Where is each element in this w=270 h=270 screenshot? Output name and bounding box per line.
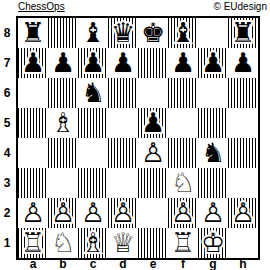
piece-white-bishop[interactable]: ♗ xyxy=(48,108,78,138)
piece-black-pawn[interactable]: ♟ xyxy=(168,48,198,78)
square-d4[interactable] xyxy=(108,138,138,168)
app-title: ChessOps xyxy=(18,1,65,12)
file-label-b: b xyxy=(48,259,78,270)
file-label-d: d xyxy=(108,259,138,270)
piece-black-pawn[interactable]: ♟ xyxy=(138,108,168,138)
piece-white-rook[interactable]: ♖ xyxy=(18,228,48,258)
square-c5[interactable] xyxy=(78,108,108,138)
file-label-a: a xyxy=(18,259,48,270)
piece-white-pawn[interactable]: ♙ xyxy=(228,198,258,228)
square-b1[interactable]: ♞♘ xyxy=(48,228,78,258)
piece-black-pawn[interactable]: ♟ xyxy=(48,48,78,78)
rank-label-6: 6 xyxy=(0,78,14,108)
piece-white-pawn[interactable]: ♙ xyxy=(78,198,108,228)
copyright-credit: © EUdesign xyxy=(213,1,267,12)
piece-black-pawn[interactable]: ♟ xyxy=(198,48,228,78)
rank-label-1: 1 xyxy=(0,228,14,258)
square-e1[interactable] xyxy=(138,228,168,258)
square-b4[interactable] xyxy=(48,138,78,168)
square-f8[interactable]: ♝♝ xyxy=(168,18,198,48)
square-b8[interactable] xyxy=(48,18,78,48)
chess-board[interactable]: ♜♜♝♝♛♛♚♚♝♝♜♜♟♟♟♟♟♟♟♟♟♟♟♟♟♟♞♞♝♗♟♟♟♙♞♞♞♘♟♙… xyxy=(16,16,260,260)
square-c3[interactable] xyxy=(78,168,108,198)
piece-black-bishop[interactable]: ♝ xyxy=(78,18,108,48)
piece-white-pawn[interactable]: ♙ xyxy=(108,198,138,228)
square-a3[interactable] xyxy=(18,168,48,198)
square-h5[interactable] xyxy=(228,108,258,138)
piece-white-pawn[interactable]: ♙ xyxy=(138,138,168,168)
square-c7[interactable]: ♟♟ xyxy=(78,48,108,78)
chessops-diagram: ChessOps © EUdesign ♜♜♝♝♛♛♚♚♝♝♜♜♟♟♟♟♟♟♟♟… xyxy=(0,0,270,270)
square-g2[interactable]: ♟♙ xyxy=(198,198,228,228)
square-h1[interactable] xyxy=(228,228,258,258)
square-a8[interactable]: ♜♜ xyxy=(18,18,48,48)
piece-black-king[interactable]: ♚ xyxy=(138,18,168,48)
square-c6[interactable]: ♞♞ xyxy=(78,78,108,108)
piece-white-rook[interactable]: ♖ xyxy=(168,228,198,258)
square-c1[interactable]: ♝♗ xyxy=(78,228,108,258)
square-g1[interactable]: ♚♔ xyxy=(198,228,228,258)
square-a5[interactable] xyxy=(18,108,48,138)
piece-black-pawn[interactable]: ♟ xyxy=(78,48,108,78)
square-a1[interactable]: ♜♖ xyxy=(18,228,48,258)
square-h8[interactable]: ♜♜ xyxy=(228,18,258,48)
square-h6[interactable] xyxy=(228,78,258,108)
square-d3[interactable] xyxy=(108,168,138,198)
square-e8[interactable]: ♚♚ xyxy=(138,18,168,48)
square-g4[interactable]: ♞♞ xyxy=(198,138,228,168)
square-a4[interactable] xyxy=(18,138,48,168)
piece-black-rook[interactable]: ♜ xyxy=(18,18,48,48)
file-label-f: f xyxy=(168,259,198,270)
square-b2[interactable]: ♟♙ xyxy=(48,198,78,228)
square-g5[interactable] xyxy=(198,108,228,138)
square-e2[interactable] xyxy=(138,198,168,228)
square-c4[interactable] xyxy=(78,138,108,168)
piece-white-king[interactable]: ♔ xyxy=(198,228,228,258)
piece-white-pawn[interactable]: ♙ xyxy=(18,198,48,228)
square-b6[interactable] xyxy=(48,78,78,108)
square-d7[interactable]: ♟♟ xyxy=(108,48,138,78)
square-a7[interactable]: ♟♟ xyxy=(18,48,48,78)
piece-white-bishop[interactable]: ♗ xyxy=(78,228,108,258)
square-d5[interactable] xyxy=(108,108,138,138)
file-label-e: e xyxy=(138,259,168,270)
piece-black-pawn[interactable]: ♟ xyxy=(18,48,48,78)
rank-label-8: 8 xyxy=(0,18,14,48)
square-c8[interactable]: ♝♝ xyxy=(78,18,108,48)
square-f2[interactable]: ♟♙ xyxy=(168,198,198,228)
square-f4[interactable] xyxy=(168,138,198,168)
piece-black-rook[interactable]: ♜ xyxy=(228,18,258,48)
square-d6[interactable] xyxy=(108,78,138,108)
piece-black-pawn[interactable]: ♟ xyxy=(228,48,258,78)
rank-label-2: 2 xyxy=(0,198,14,228)
square-h2[interactable]: ♟♙ xyxy=(228,198,258,228)
square-g3[interactable] xyxy=(198,168,228,198)
square-c2[interactable]: ♟♙ xyxy=(78,198,108,228)
piece-black-pawn[interactable]: ♟ xyxy=(108,48,138,78)
square-h7[interactable]: ♟♟ xyxy=(228,48,258,78)
square-e3[interactable] xyxy=(138,168,168,198)
square-f3[interactable]: ♞♘ xyxy=(168,168,198,198)
square-d2[interactable]: ♟♙ xyxy=(108,198,138,228)
square-g8[interactable] xyxy=(198,18,228,48)
square-a2[interactable]: ♟♙ xyxy=(18,198,48,228)
square-e7[interactable] xyxy=(138,48,168,78)
file-label-g: g xyxy=(198,259,228,270)
square-f7[interactable]: ♟♟ xyxy=(168,48,198,78)
square-g7[interactable]: ♟♟ xyxy=(198,48,228,78)
square-b7[interactable]: ♟♟ xyxy=(48,48,78,78)
rank-label-4: 4 xyxy=(0,138,14,168)
square-g6[interactable] xyxy=(198,78,228,108)
piece-white-pawn[interactable]: ♙ xyxy=(48,198,78,228)
piece-white-knight[interactable]: ♘ xyxy=(168,168,198,198)
rank-label-3: 3 xyxy=(0,168,14,198)
square-h3[interactable] xyxy=(228,168,258,198)
file-label-h: h xyxy=(228,259,258,270)
square-f5[interactable] xyxy=(168,108,198,138)
rank-label-7: 7 xyxy=(0,48,14,78)
piece-black-knight[interactable]: ♞ xyxy=(78,78,108,108)
piece-black-knight[interactable]: ♞ xyxy=(198,138,228,168)
square-b3[interactable] xyxy=(48,168,78,198)
square-f6[interactable] xyxy=(168,78,198,108)
piece-white-pawn[interactable]: ♙ xyxy=(198,198,228,228)
rank-label-5: 5 xyxy=(0,108,14,138)
file-label-c: c xyxy=(78,259,108,270)
square-f1[interactable]: ♜♖ xyxy=(168,228,198,258)
square-e5[interactable]: ♟♟ xyxy=(138,108,168,138)
piece-black-bishop[interactable]: ♝ xyxy=(168,18,198,48)
piece-black-queen[interactable]: ♛ xyxy=(108,18,138,48)
square-e6[interactable] xyxy=(138,78,168,108)
square-e4[interactable]: ♟♙ xyxy=(138,138,168,168)
piece-white-queen[interactable]: ♕ xyxy=(108,228,138,258)
piece-white-pawn[interactable]: ♙ xyxy=(168,198,198,228)
square-d1[interactable]: ♛♕ xyxy=(108,228,138,258)
square-h4[interactable] xyxy=(228,138,258,168)
piece-white-knight[interactable]: ♘ xyxy=(48,228,78,258)
square-d8[interactable]: ♛♛ xyxy=(108,18,138,48)
square-a6[interactable] xyxy=(18,78,48,108)
square-b5[interactable]: ♝♗ xyxy=(48,108,78,138)
